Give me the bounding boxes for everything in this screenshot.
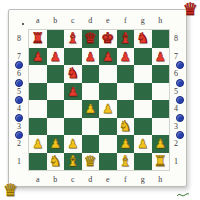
square-d8[interactable]: ♛ bbox=[82, 30, 100, 48]
square-g3[interactable] bbox=[134, 118, 152, 136]
square-c1[interactable]: ♝ bbox=[64, 153, 82, 171]
square-d2[interactable] bbox=[82, 135, 100, 153]
file-label-e: e bbox=[99, 14, 117, 27]
square-d5[interactable] bbox=[82, 83, 100, 101]
square-h2[interactable]: ♟ bbox=[152, 135, 170, 153]
marker-dot-left-3[interactable] bbox=[15, 96, 23, 104]
yellow-bishop-f1[interactable]: ♝ bbox=[119, 153, 132, 171]
red-knight-g8[interactable]: ♞ bbox=[136, 30, 149, 48]
marker-dot-right-1[interactable] bbox=[176, 61, 184, 69]
red-pawn-a7[interactable]: ♟ bbox=[32, 48, 43, 66]
square-h7[interactable]: ♟ bbox=[152, 48, 170, 66]
square-b5[interactable] bbox=[47, 83, 65, 101]
square-e8[interactable]: ♚ bbox=[99, 30, 117, 48]
file-labels-top: abcdefgh bbox=[29, 14, 169, 27]
file-label-a: a bbox=[29, 173, 47, 186]
square-f6[interactable] bbox=[117, 65, 135, 83]
file-label-g: g bbox=[134, 173, 152, 186]
square-g5[interactable] bbox=[134, 83, 152, 101]
rank-label-1: 1 bbox=[12, 153, 26, 171]
yellow-knight-f3[interactable]: ♞ bbox=[119, 118, 132, 136]
square-e2[interactable] bbox=[99, 135, 117, 153]
marker-dot-left-1[interactable] bbox=[15, 61, 23, 69]
file-label-b: b bbox=[47, 173, 65, 186]
square-c2[interactable]: ♟ bbox=[64, 135, 82, 153]
file-label-h: h bbox=[152, 14, 170, 27]
square-b3[interactable] bbox=[47, 118, 65, 136]
square-b7[interactable]: ♟ bbox=[47, 48, 65, 66]
yellow-pawn-g2[interactable]: ♟ bbox=[137, 135, 148, 153]
yellow-pawn-h2[interactable]: ♟ bbox=[155, 135, 166, 153]
square-e6[interactable] bbox=[99, 65, 117, 83]
red-pawn-b7[interactable]: ♟ bbox=[50, 48, 61, 66]
square-h8[interactable] bbox=[152, 30, 170, 48]
square-f3[interactable]: ♞ bbox=[117, 118, 135, 136]
square-g6[interactable] bbox=[134, 65, 152, 83]
square-f2[interactable]: ♟ bbox=[117, 135, 135, 153]
yellow-queen-d1[interactable]: ♛ bbox=[84, 153, 97, 171]
square-b2[interactable]: ♟ bbox=[47, 135, 65, 153]
square-h5[interactable] bbox=[152, 83, 170, 101]
square-g2[interactable]: ♟ bbox=[134, 135, 152, 153]
red-pawn-c5[interactable]: ♟ bbox=[67, 83, 78, 101]
square-c8[interactable]: ♝ bbox=[64, 30, 82, 48]
file-label-g: g bbox=[134, 14, 152, 27]
square-e1[interactable] bbox=[99, 153, 117, 171]
square-b6[interactable] bbox=[47, 65, 65, 83]
screenshot-root: abcdefgh abcdefgh 87654321 87654321 ♜♝♛♚… bbox=[0, 0, 200, 200]
file-label-h: h bbox=[152, 173, 170, 186]
square-f7[interactable]: ♟ bbox=[117, 48, 135, 66]
file-label-c: c bbox=[64, 173, 82, 186]
square-a3[interactable] bbox=[29, 118, 47, 136]
square-g7[interactable] bbox=[134, 48, 152, 66]
red-pawn-d7[interactable]: ♟ bbox=[85, 48, 96, 66]
square-g8[interactable]: ♞ bbox=[134, 30, 152, 48]
red-pawn-h7[interactable]: ♟ bbox=[155, 48, 166, 66]
red-queen-d8[interactable]: ♛ bbox=[84, 30, 97, 48]
file-label-e: e bbox=[99, 173, 117, 186]
rank-label-8: 8 bbox=[169, 30, 183, 48]
square-f4[interactable] bbox=[117, 100, 135, 118]
yellow-pawn-f2[interactable]: ♟ bbox=[120, 135, 131, 153]
square-h6[interactable] bbox=[152, 65, 170, 83]
square-d3[interactable] bbox=[82, 118, 100, 136]
file-label-f: f bbox=[117, 173, 135, 186]
square-c4[interactable] bbox=[64, 100, 82, 118]
yellow-pawn-c2[interactable]: ♟ bbox=[67, 135, 78, 153]
square-a7[interactable]: ♟ bbox=[29, 48, 47, 66]
chess-board-frame: abcdefgh abcdefgh 87654321 87654321 ♜♝♛♚… bbox=[8, 9, 187, 187]
square-f1[interactable]: ♝ bbox=[117, 153, 135, 171]
red-bishop-f8[interactable]: ♝ bbox=[119, 30, 132, 48]
square-e4[interactable]: ♟ bbox=[99, 100, 117, 118]
marker-dot-right-4[interactable] bbox=[176, 114, 184, 122]
square-e5[interactable] bbox=[99, 83, 117, 101]
spare-yellow-queen-icon[interactable]: ♛ bbox=[3, 182, 18, 199]
red-bishop-c8[interactable]: ♝ bbox=[66, 30, 79, 48]
marker-dot-right-3[interactable] bbox=[176, 96, 184, 104]
yellow-pawn-e4[interactable]: ♟ bbox=[102, 100, 113, 118]
marker-dot-left-2[interactable] bbox=[15, 79, 23, 87]
square-a1[interactable] bbox=[29, 153, 47, 171]
file-label-d: d bbox=[82, 173, 100, 186]
red-rook-a8[interactable]: ♜ bbox=[31, 30, 44, 48]
file-label-a: a bbox=[29, 14, 47, 27]
file-label-c: c bbox=[64, 14, 82, 27]
square-c5[interactable]: ♟ bbox=[64, 83, 82, 101]
square-g1[interactable] bbox=[134, 153, 152, 171]
square-h4[interactable] bbox=[152, 100, 170, 118]
brand-logo bbox=[176, 184, 190, 190]
square-g4[interactable] bbox=[134, 100, 152, 118]
square-a2[interactable]: ♟ bbox=[29, 135, 47, 153]
square-f8[interactable]: ♝ bbox=[117, 30, 135, 48]
square-d6[interactable] bbox=[82, 65, 100, 83]
chess-board-grid: ♜♝♛♚♝♞♟♟♟♟♟♟♞♟♟♟♞♟♟♟♟♟♟♞♝♛♝♜ bbox=[29, 30, 169, 170]
square-c3[interactable] bbox=[64, 118, 82, 136]
marker-dot-left-5[interactable] bbox=[15, 131, 23, 139]
square-a4[interactable] bbox=[29, 100, 47, 118]
yellow-pawn-a2[interactable]: ♟ bbox=[32, 135, 43, 153]
file-label-d: d bbox=[82, 14, 100, 27]
red-knight-c6[interactable]: ♞ bbox=[66, 65, 79, 83]
square-h3[interactable] bbox=[152, 118, 170, 136]
square-d1[interactable]: ♛ bbox=[82, 153, 100, 171]
red-king-e8[interactable]: ♚ bbox=[101, 30, 114, 48]
yellow-rook-h1[interactable]: ♜ bbox=[154, 153, 167, 171]
pin-dot bbox=[22, 23, 24, 25]
square-c7[interactable] bbox=[64, 48, 82, 66]
square-d4[interactable]: ♟ bbox=[82, 100, 100, 118]
square-b8[interactable] bbox=[47, 30, 65, 48]
yellow-bishop-c1[interactable]: ♝ bbox=[66, 153, 79, 171]
file-label-f: f bbox=[117, 14, 135, 27]
red-pawn-e7[interactable]: ♟ bbox=[102, 48, 113, 66]
marker-dot-right-5[interactable] bbox=[176, 131, 184, 139]
rank-label-8: 8 bbox=[12, 30, 26, 48]
square-a6[interactable] bbox=[29, 65, 47, 83]
file-label-b: b bbox=[47, 14, 65, 27]
rank-label-1: 1 bbox=[169, 153, 183, 171]
square-e7[interactable]: ♟ bbox=[99, 48, 117, 66]
yellow-pawn-d4[interactable]: ♟ bbox=[85, 100, 96, 118]
square-f5[interactable] bbox=[117, 83, 135, 101]
yellow-pawn-b2[interactable]: ♟ bbox=[50, 135, 61, 153]
square-e3[interactable] bbox=[99, 118, 117, 136]
yellow-knight-b1[interactable]: ♞ bbox=[49, 153, 62, 171]
spare-red-queen-icon[interactable]: ♛ bbox=[183, 1, 198, 18]
square-c6[interactable]: ♞ bbox=[64, 65, 82, 83]
square-a5[interactable] bbox=[29, 83, 47, 101]
marker-dot-right-2[interactable] bbox=[176, 79, 184, 87]
file-labels-bottom: abcdefgh bbox=[29, 173, 169, 186]
square-a8[interactable]: ♜ bbox=[29, 30, 47, 48]
square-b1[interactable]: ♞ bbox=[47, 153, 65, 171]
square-d7[interactable]: ♟ bbox=[82, 48, 100, 66]
square-h1[interactable]: ♜ bbox=[152, 153, 170, 171]
marker-dot-left-4[interactable] bbox=[15, 114, 23, 122]
red-pawn-f7[interactable]: ♟ bbox=[120, 48, 131, 66]
square-b4[interactable] bbox=[47, 100, 65, 118]
